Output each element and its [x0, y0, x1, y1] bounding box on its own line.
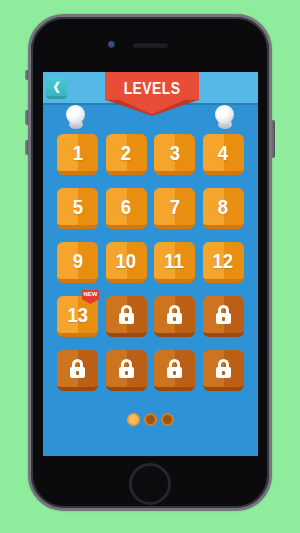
- phone-frame: ❮ LEVELS 12345678910111213NEW: [28, 14, 272, 511]
- earpiece-speaker: [133, 42, 168, 47]
- level-number: 5: [72, 196, 82, 217]
- level-tile-12[interactable]: 12: [203, 242, 244, 283]
- padlock-icon: [70, 359, 85, 378]
- level-grid: 12345678910111213NEW: [57, 134, 244, 391]
- padlock-icon: [216, 305, 231, 324]
- page-indicator: [43, 413, 258, 426]
- level-number: 12: [213, 250, 234, 271]
- push-pin-icon: [215, 105, 235, 129]
- back-button[interactable]: ❮: [46, 77, 67, 99]
- level-number: 7: [169, 196, 179, 217]
- front-camera-icon: [108, 41, 115, 48]
- locked-level-tile[interactable]: [106, 350, 147, 391]
- level-tile-13[interactable]: 13NEW: [57, 296, 98, 337]
- back-chevron-icon: ❮: [52, 81, 60, 92]
- level-number: 3: [169, 142, 179, 163]
- padlock-icon: [119, 305, 134, 324]
- level-tile-4[interactable]: 4: [203, 134, 244, 175]
- locked-level-tile[interactable]: [57, 350, 98, 391]
- padlock-icon: [167, 359, 182, 378]
- level-tile-7[interactable]: 7: [154, 188, 195, 229]
- app-screen: ❮ LEVELS 12345678910111213NEW: [43, 72, 258, 456]
- level-tile-5[interactable]: 5: [57, 188, 98, 229]
- level-number: 11: [165, 250, 185, 271]
- level-number: 1: [72, 142, 82, 163]
- locked-level-tile[interactable]: [203, 296, 244, 337]
- level-tile-11[interactable]: 11: [154, 242, 195, 283]
- level-number: 6: [121, 196, 131, 217]
- push-pin-icon: [66, 105, 86, 129]
- padlock-icon: [119, 359, 134, 378]
- level-number: 2: [121, 142, 131, 163]
- level-number: 10: [116, 250, 137, 271]
- title-ribbon: LEVELS: [105, 72, 199, 116]
- page-dot-3[interactable]: [161, 413, 174, 426]
- level-tile-9[interactable]: 9: [57, 242, 98, 283]
- level-number: 8: [218, 196, 228, 217]
- page-dot-1[interactable]: [127, 413, 140, 426]
- locked-level-tile[interactable]: [154, 350, 195, 391]
- locked-level-tile[interactable]: [203, 350, 244, 391]
- level-tile-2[interactable]: 2: [106, 134, 147, 175]
- level-number: 13: [67, 304, 88, 325]
- locked-level-tile[interactable]: [154, 296, 195, 337]
- new-badge: NEW: [82, 290, 99, 304]
- level-number: 4: [218, 142, 228, 163]
- level-tile-3[interactable]: 3: [154, 134, 195, 175]
- level-tile-6[interactable]: 6: [106, 188, 147, 229]
- level-tile-8[interactable]: 8: [203, 188, 244, 229]
- home-button: [129, 463, 171, 505]
- level-tile-1[interactable]: 1: [57, 134, 98, 175]
- padlock-icon: [167, 305, 182, 324]
- page-background: { "game": "puzzle-game-level-select", "p…: [0, 0, 300, 533]
- page-dot-2[interactable]: [144, 413, 157, 426]
- page-title: LEVELS: [113, 79, 190, 99]
- locked-level-tile[interactable]: [106, 296, 147, 337]
- padlock-icon: [216, 359, 231, 378]
- level-tile-10[interactable]: 10: [106, 242, 147, 283]
- level-number: 9: [72, 250, 82, 271]
